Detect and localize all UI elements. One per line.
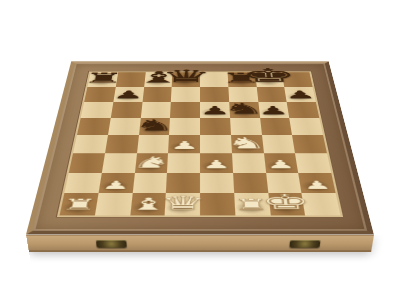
- square-b2: [98, 173, 134, 194]
- black-pawn-icon: ♟: [244, 105, 304, 116]
- hinge-left: [96, 240, 127, 248]
- square-g3: [263, 153, 298, 172]
- square-f3: [232, 153, 266, 172]
- square-g1: [268, 193, 306, 215]
- square-a4: [73, 135, 108, 153]
- board-front-edge: [26, 235, 374, 252]
- square-a1: [60, 193, 99, 215]
- square-e2: [200, 173, 234, 194]
- square-h4: [292, 135, 327, 153]
- black-pawn-icon: ♟: [271, 89, 330, 100]
- square-g5: [260, 118, 293, 135]
- square-a3: [69, 153, 105, 172]
- piece-black-pawn-b7: ♟: [113, 87, 144, 102]
- black-pawn-icon: ♟: [99, 89, 158, 100]
- piece-black-queen-d8: ♛: [172, 72, 200, 86]
- square-h3: [295, 153, 331, 172]
- photo-scene: ♜♝♛♜♚♟♟♟♞♟♞♟♞♞♟♟♟♟♜♝♛♜♚: [0, 0, 400, 300]
- hinge-right: [289, 240, 320, 248]
- chess-set-photo: ♜♝♛♜♚♟♟♟♞♟♞♟♞♞♟♟♟♟♜♝♛♜♚: [0, 0, 400, 300]
- square-a6: [81, 102, 113, 118]
- piece-black-knight-c5: ♞: [139, 118, 171, 135]
- square-d7: [171, 87, 200, 102]
- piece-black-rook-a8: ♜: [87, 72, 117, 86]
- square-c2: [132, 173, 167, 194]
- square-h2: [298, 173, 335, 194]
- square-f1: [234, 193, 270, 215]
- square-e3: [200, 153, 233, 172]
- square-d1: [165, 193, 200, 215]
- square-a5: [77, 118, 111, 135]
- square-a2: [64, 173, 101, 194]
- board-squares-grid: ♜♝♛♜♚♟♟♟♞♟♞♟♞♞♟♟♟♟♜♝♛♜♚: [60, 72, 341, 215]
- square-f5: [230, 118, 262, 135]
- square-h1: [302, 193, 341, 215]
- square-d2: [166, 173, 200, 194]
- piece-black-pawn-h7: ♟: [284, 87, 315, 102]
- square-b1: [95, 193, 133, 215]
- square-b4: [105, 135, 139, 153]
- square-c1: [130, 193, 166, 215]
- black-king-icon: ♚: [241, 66, 299, 85]
- square-e1: [200, 193, 235, 215]
- square-h5: [289, 118, 323, 135]
- square-f2: [233, 173, 268, 194]
- square-g2: [266, 173, 302, 194]
- chess-board: ♜♝♛♜♚♟♟♟♞♟♞♟♞♞♟♟♟♟♜♝♛♜♚: [26, 61, 374, 234]
- piece-black-pawn-g6: ♟: [258, 102, 290, 118]
- square-e5: [200, 118, 231, 135]
- black-knight-icon: ♞: [123, 118, 185, 133]
- black-queen-icon: ♛: [158, 68, 214, 85]
